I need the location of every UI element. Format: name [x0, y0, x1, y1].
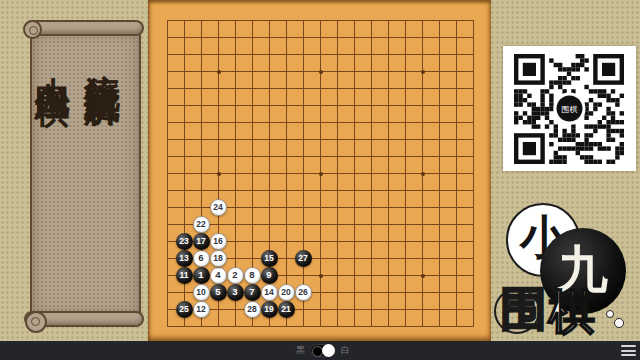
grid-line [371, 20, 372, 327]
svg-text:围棋: 围棋 [562, 105, 578, 114]
stone-19-black: 19 [261, 301, 278, 318]
color-toggle-group: 黑 白 [296, 344, 350, 357]
grid-line [337, 20, 338, 327]
stone-1-black: 1 [193, 267, 210, 284]
stone-7-black: 7 [244, 284, 261, 301]
move-number: 20 [281, 288, 290, 297]
stone-8-white: 8 [244, 267, 261, 284]
stone-23-black: 23 [176, 233, 193, 250]
move-number: 22 [196, 220, 205, 229]
grid-line [167, 309, 474, 310]
grid-line [405, 20, 406, 327]
hoshi-point [421, 70, 425, 74]
qr-code: 围棋 [503, 46, 636, 171]
grid-line [167, 326, 474, 327]
stone-20-white: 20 [278, 284, 295, 301]
stone-6-white: 6 [193, 250, 210, 267]
video-frame: 流行新定式讲解 小九围棋 123456789101112131415161718… [0, 0, 640, 360]
scroll-paper [30, 30, 141, 318]
hoshi-point [319, 172, 323, 176]
stone-4-white: 4 [210, 267, 227, 284]
move-number: 25 [179, 305, 188, 314]
move-number: 13 [179, 254, 188, 263]
move-number: 10 [196, 288, 205, 297]
grid-line [388, 20, 389, 327]
stone-24-white: 24 [210, 199, 227, 216]
scroll-rod-top [24, 20, 144, 36]
stone-13-black: 13 [176, 250, 193, 267]
stone-3-black: 3 [227, 284, 244, 301]
move-number: 14 [264, 288, 273, 297]
stone-14-white: 14 [261, 284, 278, 301]
move-number: 19 [264, 305, 273, 314]
stone-10-white: 10 [193, 284, 210, 301]
qr-code-image: 围棋 [503, 46, 636, 171]
move-number: 16 [213, 237, 222, 246]
move-number: 18 [213, 254, 222, 263]
hoshi-point [421, 172, 425, 176]
move-number: 7 [249, 287, 254, 297]
scroll-curl-bottom [25, 311, 47, 333]
scroll-curl-top [23, 20, 42, 39]
toggle-knob [322, 344, 335, 357]
channel-title: 小九围棋 [28, 49, 75, 69]
stone-28-white: 28 [244, 301, 261, 318]
stone-2-white: 2 [227, 267, 244, 284]
stone-27-black: 27 [295, 250, 312, 267]
move-number: 8 [249, 270, 254, 280]
move-number: 3 [232, 287, 237, 297]
grid-line [439, 20, 440, 327]
stone-26-white: 26 [295, 284, 312, 301]
stone-5-black: 5 [210, 284, 227, 301]
move-number: 5 [215, 287, 220, 297]
move-number: 11 [180, 271, 189, 280]
move-number: 24 [213, 203, 222, 212]
hoshi-point [421, 274, 425, 278]
logo-char-wei: 围 [500, 278, 547, 341]
hoshi-point [217, 70, 221, 74]
grid-line [456, 20, 457, 327]
move-number: 27 [298, 254, 307, 263]
hoshi-point [319, 70, 323, 74]
main-title: 流行新定式讲解 [78, 45, 127, 66]
stone-15-black: 15 [261, 250, 278, 267]
go-board[interactable]: 1234567891011121314151617181920212223242… [148, 0, 491, 341]
white-label: 白 [341, 344, 350, 357]
move-number: 2 [232, 270, 237, 280]
black-white-toggle[interactable] [310, 344, 336, 357]
stone-16-white: 16 [210, 233, 227, 250]
move-number: 28 [247, 305, 256, 314]
move-number: 12 [196, 305, 205, 314]
stone-11-black: 11 [176, 267, 193, 284]
move-number: 23 [179, 237, 188, 246]
move-number: 15 [264, 254, 273, 263]
channel-logo: 小 九 围 棋 [490, 196, 640, 336]
move-number: 26 [298, 288, 307, 297]
grid-line [473, 20, 474, 327]
menu-icon[interactable] [621, 345, 636, 356]
logo-dot [614, 318, 624, 328]
move-number: 21 [281, 305, 290, 314]
stone-22-white: 22 [193, 216, 210, 233]
grid-line [167, 190, 474, 191]
black-label: 黑 [296, 344, 305, 357]
move-number: 4 [215, 270, 220, 280]
logo-dot [606, 310, 614, 318]
stone-21-black: 21 [278, 301, 295, 318]
move-number: 17 [196, 237, 205, 246]
grid-line [167, 224, 474, 225]
move-number: 9 [266, 270, 271, 280]
move-number: 1 [198, 270, 203, 280]
stone-17-black: 17 [193, 233, 210, 250]
grid-line [354, 20, 355, 327]
hoshi-point [217, 172, 221, 176]
stone-9-black: 9 [261, 267, 278, 284]
stone-12-white: 12 [193, 301, 210, 318]
stone-18-white: 18 [210, 250, 227, 267]
logo-char-qi: 棋 [548, 281, 595, 344]
stone-25-black: 25 [176, 301, 193, 318]
move-number: 6 [198, 253, 203, 263]
hoshi-point [319, 274, 323, 278]
